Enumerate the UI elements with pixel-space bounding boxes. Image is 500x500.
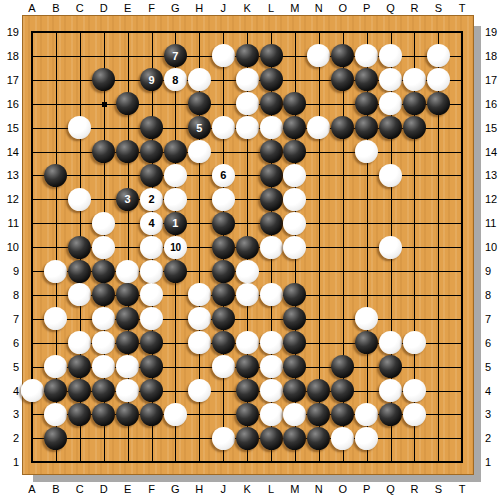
white-stone-F9[interactable]	[140, 260, 163, 283]
white-stone-H6[interactable]	[188, 331, 211, 354]
white-stone-J18[interactable]	[212, 44, 235, 67]
row-label-left-14: 14	[1, 145, 19, 159]
black-stone-F15[interactable]	[140, 116, 163, 139]
row-label-right-4: 4	[485, 384, 500, 398]
row-label-right-18: 18	[485, 49, 500, 63]
row-label-left-1: 1	[1, 455, 19, 469]
row-label-right-15: 15	[485, 121, 500, 135]
row-label-left-12: 12	[1, 192, 19, 206]
column-label-top-L: L	[261, 1, 281, 15]
black-stone-L12[interactable]	[260, 188, 283, 211]
row-label-right-5: 5	[485, 360, 500, 374]
row-label-right-6: 6	[485, 336, 500, 350]
row-label-left-4: 4	[1, 384, 19, 398]
go-app-window: AABBCCDDEEFFGGHHJJKKLLMMNNOOPPQQRRSSTT19…	[0, 0, 500, 500]
black-stone-E14[interactable]	[116, 140, 139, 163]
white-stone-Q13[interactable]	[379, 164, 402, 187]
white-stone-H4[interactable]	[188, 379, 211, 402]
row-label-left-9: 9	[1, 264, 19, 278]
column-label-top-G: G	[165, 1, 185, 15]
black-stone-R16[interactable]	[403, 92, 426, 115]
white-stone-B9[interactable]	[44, 260, 67, 283]
column-label-top-J: J	[213, 1, 233, 15]
row-label-left-5: 5	[1, 360, 19, 374]
white-stone-F11[interactable]	[140, 212, 163, 235]
column-label-top-S: S	[428, 1, 448, 15]
black-stone-K5[interactable]	[236, 355, 259, 378]
black-stone-L13[interactable]	[260, 164, 283, 187]
column-label-top-P: P	[357, 1, 377, 15]
black-stone-R15[interactable]	[403, 116, 426, 139]
row-label-right-10: 10	[485, 240, 500, 254]
white-stone-L6[interactable]	[260, 331, 283, 354]
black-stone-N2[interactable]	[307, 427, 330, 450]
white-stone-K16[interactable]	[236, 92, 259, 115]
black-stone-S16[interactable]	[427, 92, 450, 115]
black-stone-G14[interactable]	[164, 140, 187, 163]
column-label-top-R: R	[404, 1, 424, 15]
column-label-bottom-N: N	[309, 482, 329, 496]
column-label-bottom-C: C	[70, 482, 90, 496]
column-label-top-A: A	[22, 1, 42, 15]
white-stone-K8[interactable]	[236, 283, 259, 306]
row-label-right-19: 19	[485, 25, 500, 39]
white-stone-M10[interactable]	[283, 236, 306, 259]
column-label-top-T: T	[452, 1, 472, 15]
row-label-left-10: 10	[1, 240, 19, 254]
row-label-right-9: 9	[485, 264, 500, 278]
black-stone-O3[interactable]	[331, 403, 354, 426]
white-stone-J12[interactable]	[212, 188, 235, 211]
white-stone-G10[interactable]	[164, 236, 187, 259]
white-stone-R3[interactable]	[403, 403, 426, 426]
column-label-bottom-E: E	[118, 482, 138, 496]
column-label-bottom-Q: Q	[381, 482, 401, 496]
black-stone-C10[interactable]	[68, 236, 91, 259]
row-label-left-18: 18	[1, 49, 19, 63]
black-stone-K10[interactable]	[236, 236, 259, 259]
white-stone-H17[interactable]	[188, 68, 211, 91]
black-stone-L11[interactable]	[260, 212, 283, 235]
row-label-right-14: 14	[485, 145, 500, 159]
white-stone-M11[interactable]	[283, 212, 306, 235]
white-stone-P14[interactable]	[355, 140, 378, 163]
black-stone-L16[interactable]	[260, 92, 283, 115]
white-stone-F10[interactable]	[140, 236, 163, 259]
row-label-right-17: 17	[485, 73, 500, 87]
row-label-right-12: 12	[485, 192, 500, 206]
black-stone-L18[interactable]	[260, 44, 283, 67]
black-stone-K2[interactable]	[236, 427, 259, 450]
black-stone-J6[interactable]	[212, 331, 235, 354]
row-label-left-15: 15	[1, 121, 19, 135]
black-stone-Q5[interactable]	[379, 355, 402, 378]
black-stone-K3[interactable]	[236, 403, 259, 426]
black-stone-F4[interactable]	[140, 379, 163, 402]
column-label-bottom-F: F	[142, 482, 162, 496]
black-stone-L2[interactable]	[260, 427, 283, 450]
white-stone-K17[interactable]	[236, 68, 259, 91]
black-stone-L17[interactable]	[260, 68, 283, 91]
white-stone-P3[interactable]	[355, 403, 378, 426]
column-label-top-O: O	[333, 1, 353, 15]
white-stone-K6[interactable]	[236, 331, 259, 354]
row-label-right-3: 3	[485, 407, 500, 421]
white-stone-Q4[interactable]	[379, 379, 402, 402]
column-label-bottom-O: O	[333, 482, 353, 496]
black-stone-F5[interactable]	[140, 355, 163, 378]
column-label-bottom-M: M	[285, 482, 305, 496]
white-stone-K9[interactable]	[236, 260, 259, 283]
black-stone-K4[interactable]	[236, 379, 259, 402]
white-stone-O2[interactable]	[331, 427, 354, 450]
row-label-left-17: 17	[1, 73, 19, 87]
column-label-bottom-J: J	[213, 482, 233, 496]
black-stone-D9[interactable]	[92, 260, 115, 283]
white-stone-L10[interactable]	[260, 236, 283, 259]
row-label-right-11: 11	[485, 216, 500, 230]
column-label-top-E: E	[118, 1, 138, 15]
white-stone-H7[interactable]	[188, 307, 211, 330]
black-stone-J8[interactable]	[212, 283, 235, 306]
white-stone-J13[interactable]	[212, 164, 235, 187]
row-label-right-13: 13	[485, 168, 500, 182]
row-label-left-8: 8	[1, 288, 19, 302]
white-stone-L5[interactable]	[260, 355, 283, 378]
column-label-bottom-D: D	[94, 482, 114, 496]
black-stone-F3[interactable]	[140, 403, 163, 426]
black-stone-K18[interactable]	[236, 44, 259, 67]
row-label-left-16: 16	[1, 97, 19, 111]
column-label-bottom-P: P	[357, 482, 377, 496]
black-stone-J10[interactable]	[212, 236, 235, 259]
column-label-top-D: D	[94, 1, 114, 15]
white-stone-L3[interactable]	[260, 403, 283, 426]
row-label-right-1: 1	[485, 455, 500, 469]
white-stone-G12[interactable]	[164, 188, 187, 211]
black-stone-Q3[interactable]	[379, 403, 402, 426]
white-stone-K15[interactable]	[236, 116, 259, 139]
white-stone-L4[interactable]	[260, 379, 283, 402]
row-label-left-7: 7	[1, 312, 19, 326]
column-label-top-B: B	[46, 1, 66, 15]
white-stone-F12[interactable]	[140, 188, 163, 211]
white-stone-G13[interactable]	[164, 164, 187, 187]
column-label-bottom-B: B	[46, 482, 66, 496]
white-stone-E4[interactable]	[116, 379, 139, 402]
row-label-left-3: 3	[1, 407, 19, 421]
white-stone-E9[interactable]	[116, 260, 139, 283]
column-label-top-Q: Q	[381, 1, 401, 15]
black-stone-J11[interactable]	[212, 212, 235, 235]
black-stone-E3[interactable]	[116, 403, 139, 426]
row-label-left-6: 6	[1, 336, 19, 350]
white-stone-L8[interactable]	[260, 283, 283, 306]
white-stone-H14[interactable]	[188, 140, 211, 163]
column-label-bottom-G: G	[165, 482, 185, 496]
white-stone-R6[interactable]	[403, 331, 426, 354]
black-stone-J7[interactable]	[212, 307, 235, 330]
star-point	[102, 102, 107, 107]
black-stone-F14[interactable]	[140, 140, 163, 163]
black-stone-F13[interactable]	[140, 164, 163, 187]
black-stone-H16[interactable]	[188, 92, 211, 115]
column-label-top-H: H	[189, 1, 209, 15]
white-stone-Q10[interactable]	[379, 236, 402, 259]
black-stone-L14[interactable]	[260, 140, 283, 163]
black-stone-E12[interactable]	[116, 188, 139, 211]
row-label-right-7: 7	[485, 312, 500, 326]
white-stone-P2[interactable]	[355, 427, 378, 450]
row-label-left-13: 13	[1, 168, 19, 182]
row-label-left-2: 2	[1, 431, 19, 445]
black-stone-H15[interactable]	[188, 116, 211, 139]
white-stone-D10[interactable]	[92, 236, 115, 259]
white-stone-S17[interactable]	[427, 68, 450, 91]
white-stone-J15[interactable]	[212, 116, 235, 139]
column-label-bottom-H: H	[189, 482, 209, 496]
black-stone-G9[interactable]	[164, 260, 187, 283]
row-label-right-16: 16	[485, 97, 500, 111]
white-stone-A4[interactable]	[21, 379, 44, 402]
column-label-top-N: N	[309, 1, 329, 15]
white-stone-G3[interactable]	[164, 403, 187, 426]
column-label-bottom-T: T	[452, 482, 472, 496]
column-label-bottom-S: S	[428, 482, 448, 496]
column-label-top-M: M	[285, 1, 305, 15]
column-label-bottom-R: R	[404, 482, 424, 496]
column-label-bottom-K: K	[237, 482, 257, 496]
column-label-bottom-L: L	[261, 482, 281, 496]
white-stone-J2[interactable]	[212, 427, 235, 450]
column-label-top-F: F	[142, 1, 162, 15]
row-label-right-8: 8	[485, 288, 500, 302]
white-stone-L15[interactable]	[260, 116, 283, 139]
white-stone-J5[interactable]	[212, 355, 235, 378]
row-label-left-11: 11	[1, 216, 19, 230]
row-label-right-2: 2	[485, 431, 500, 445]
white-stone-C12[interactable]	[68, 188, 91, 211]
column-label-bottom-A: A	[22, 482, 42, 496]
black-stone-G11[interactable]	[164, 212, 187, 235]
black-stone-J9[interactable]	[212, 260, 235, 283]
black-stone-D3[interactable]	[92, 403, 115, 426]
black-stone-C9[interactable]	[68, 260, 91, 283]
white-stone-R4[interactable]	[403, 379, 426, 402]
black-stone-Q15[interactable]	[379, 116, 402, 139]
white-stone-D11[interactable]	[92, 212, 115, 235]
column-label-top-C: C	[70, 1, 90, 15]
row-label-left-19: 19	[1, 25, 19, 39]
column-label-top-K: K	[237, 1, 257, 15]
